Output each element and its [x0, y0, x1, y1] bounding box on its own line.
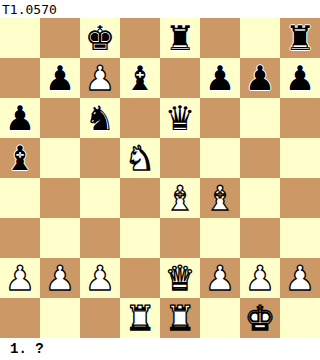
square-b5[interactable]: [40, 138, 80, 178]
square-a3[interactable]: [0, 218, 40, 258]
square-c3[interactable]: [80, 218, 120, 258]
square-d4[interactable]: [120, 178, 160, 218]
square-g1[interactable]: ♚: [240, 298, 280, 338]
piece-white-pawn: ♟: [245, 258, 275, 298]
square-e2[interactable]: ♛: [160, 258, 200, 298]
square-f7[interactable]: ♟: [200, 58, 240, 98]
piece-white-rook: ♜: [125, 298, 155, 338]
square-h8[interactable]: ♜: [280, 18, 320, 58]
piece-white-pawn: ♟: [285, 258, 315, 298]
square-f4[interactable]: ♝: [200, 178, 240, 218]
square-b6[interactable]: [40, 98, 80, 138]
square-c2[interactable]: ♟: [80, 258, 120, 298]
square-c6[interactable]: ♞: [80, 98, 120, 138]
piece-white-pawn: ♟: [85, 58, 115, 98]
square-h3[interactable]: [280, 218, 320, 258]
square-d8[interactable]: [120, 18, 160, 58]
piece-black-king: ♚: [85, 18, 115, 58]
chess-puzzle-page: T1.0570 ♚♜♜♟♟♝♟♟♟♟♞♛♝♞♝♝♟♟♟♛♟♟♟♜♜♚ 1. ?: [0, 0, 320, 360]
square-c4[interactable]: [80, 178, 120, 218]
square-c5[interactable]: [80, 138, 120, 178]
square-f1[interactable]: [200, 298, 240, 338]
chess-board: ♚♜♜♟♟♝♟♟♟♟♞♛♝♞♝♝♟♟♟♛♟♟♟♜♜♚: [0, 18, 320, 338]
square-a2[interactable]: ♟: [0, 258, 40, 298]
square-h7[interactable]: ♟: [280, 58, 320, 98]
square-f8[interactable]: [200, 18, 240, 58]
square-a4[interactable]: [0, 178, 40, 218]
square-b8[interactable]: [40, 18, 80, 58]
piece-black-pawn: ♟: [5, 98, 35, 138]
square-a5[interactable]: ♝: [0, 138, 40, 178]
square-a7[interactable]: [0, 58, 40, 98]
piece-white-bishop: ♝: [205, 178, 235, 218]
square-h5[interactable]: [280, 138, 320, 178]
piece-black-queen: ♛: [165, 98, 195, 138]
square-g8[interactable]: [240, 18, 280, 58]
piece-black-bishop: ♝: [5, 138, 35, 178]
piece-white-pawn: ♟: [45, 258, 75, 298]
square-h4[interactable]: [280, 178, 320, 218]
square-e3[interactable]: [160, 218, 200, 258]
square-g4[interactable]: [240, 178, 280, 218]
square-h6[interactable]: [280, 98, 320, 138]
square-g2[interactable]: ♟: [240, 258, 280, 298]
square-g3[interactable]: [240, 218, 280, 258]
piece-black-pawn: ♟: [245, 58, 275, 98]
piece-white-pawn: ♟: [5, 258, 35, 298]
piece-black-knight: ♞: [85, 98, 115, 138]
square-g5[interactable]: [240, 138, 280, 178]
puzzle-id: T1.0570: [0, 0, 320, 18]
square-c7[interactable]: ♟: [80, 58, 120, 98]
piece-black-pawn: ♟: [285, 58, 315, 98]
piece-white-knight: ♞: [125, 138, 155, 178]
piece-black-bishop: ♝: [125, 58, 155, 98]
square-b3[interactable]: [40, 218, 80, 258]
square-g6[interactable]: [240, 98, 280, 138]
square-f3[interactable]: [200, 218, 240, 258]
piece-black-rook: ♜: [285, 18, 315, 58]
square-e7[interactable]: [160, 58, 200, 98]
piece-white-pawn: ♟: [85, 258, 115, 298]
square-c8[interactable]: ♚: [80, 18, 120, 58]
square-h1[interactable]: [280, 298, 320, 338]
square-e8[interactable]: ♜: [160, 18, 200, 58]
square-b4[interactable]: [40, 178, 80, 218]
square-d3[interactable]: [120, 218, 160, 258]
square-f6[interactable]: [200, 98, 240, 138]
piece-white-rook: ♜: [165, 298, 195, 338]
square-b1[interactable]: [40, 298, 80, 338]
piece-white-king: ♚: [245, 298, 275, 338]
piece-white-queen: ♛: [165, 258, 195, 298]
piece-black-pawn: ♟: [45, 58, 75, 98]
piece-white-pawn: ♟: [205, 258, 235, 298]
piece-black-pawn: ♟: [205, 58, 235, 98]
square-d5[interactable]: ♞: [120, 138, 160, 178]
piece-white-bishop: ♝: [165, 178, 195, 218]
piece-black-rook: ♜: [165, 18, 195, 58]
square-e4[interactable]: ♝: [160, 178, 200, 218]
square-d1[interactable]: ♜: [120, 298, 160, 338]
move-prompt: 1. ?: [0, 338, 320, 360]
square-e1[interactable]: ♜: [160, 298, 200, 338]
square-g7[interactable]: ♟: [240, 58, 280, 98]
square-e6[interactable]: ♛: [160, 98, 200, 138]
square-b7[interactable]: ♟: [40, 58, 80, 98]
square-a8[interactable]: [0, 18, 40, 58]
square-b2[interactable]: ♟: [40, 258, 80, 298]
square-d7[interactable]: ♝: [120, 58, 160, 98]
square-a6[interactable]: ♟: [0, 98, 40, 138]
square-e5[interactable]: [160, 138, 200, 178]
square-d6[interactable]: [120, 98, 160, 138]
square-f5[interactable]: [200, 138, 240, 178]
square-f2[interactable]: ♟: [200, 258, 240, 298]
square-d2[interactable]: [120, 258, 160, 298]
square-h2[interactable]: ♟: [280, 258, 320, 298]
square-c1[interactable]: [80, 298, 120, 338]
square-a1[interactable]: [0, 298, 40, 338]
